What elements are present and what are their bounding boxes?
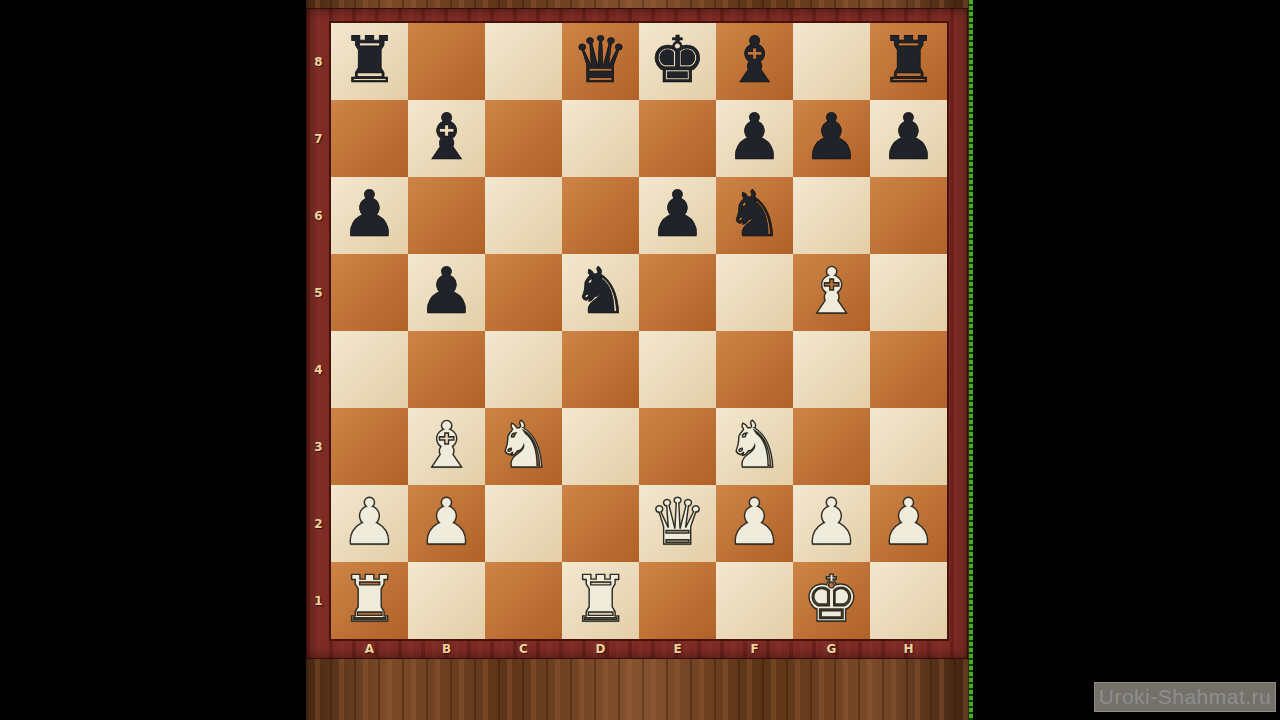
piece-black-king: ♚ xyxy=(649,28,706,92)
square-h6 xyxy=(870,177,947,254)
rank-label-1: 1 xyxy=(306,562,331,639)
piece-black-pawn: ♟ xyxy=(726,105,783,169)
piece-white-rook: ♜ xyxy=(341,567,398,631)
piece-black-queen: ♛ xyxy=(572,28,629,92)
square-b4 xyxy=(408,331,485,408)
square-h2: ♟ xyxy=(870,485,947,562)
square-c6 xyxy=(485,177,562,254)
piece-black-pawn: ♟ xyxy=(803,105,860,169)
piece-black-pawn: ♟ xyxy=(880,105,937,169)
square-c7 xyxy=(485,100,562,177)
piece-black-pawn: ♟ xyxy=(649,182,706,246)
left-letterbox xyxy=(0,0,306,720)
file-label-e: E xyxy=(639,639,716,659)
piece-black-knight: ♞ xyxy=(572,259,629,323)
square-g3 xyxy=(793,408,870,485)
square-c2 xyxy=(485,485,562,562)
piece-black-knight: ♞ xyxy=(726,182,783,246)
square-b6 xyxy=(408,177,485,254)
piece-white-bishop: ♝ xyxy=(418,413,475,477)
square-f6: ♞ xyxy=(716,177,793,254)
square-e3 xyxy=(639,408,716,485)
square-b1 xyxy=(408,562,485,639)
square-h5 xyxy=(870,254,947,331)
piece-white-pawn: ♟ xyxy=(341,490,398,554)
square-e2: ♛ xyxy=(639,485,716,562)
square-d1: ♜ xyxy=(562,562,639,639)
square-f2: ♟ xyxy=(716,485,793,562)
file-label-c: C xyxy=(485,639,562,659)
square-e8: ♚ xyxy=(639,23,716,100)
rank-label-8: 8 xyxy=(306,23,331,100)
square-c8 xyxy=(485,23,562,100)
wood-table: 87654321 ABCDEFGH ♜♛♚♝♜♝♟♟♟♟♟♞♟♞♝♝♞♞♟♟♛♟… xyxy=(306,0,973,720)
rank-label-6: 6 xyxy=(306,177,331,254)
piece-white-knight: ♞ xyxy=(495,413,552,477)
watermark-text: Uroki-Shahmat.ru xyxy=(1099,685,1272,709)
piece-black-pawn: ♟ xyxy=(341,182,398,246)
square-h1 xyxy=(870,562,947,639)
square-f8: ♝ xyxy=(716,23,793,100)
piece-white-knight: ♞ xyxy=(726,413,783,477)
square-a7 xyxy=(331,100,408,177)
piece-white-bishop: ♝ xyxy=(803,259,860,323)
file-label-g: G xyxy=(793,639,870,659)
square-c1 xyxy=(485,562,562,639)
piece-black-bishop: ♝ xyxy=(418,105,475,169)
piece-white-pawn: ♟ xyxy=(880,490,937,554)
square-a3 xyxy=(331,408,408,485)
piece-black-pawn: ♟ xyxy=(418,259,475,323)
square-c5 xyxy=(485,254,562,331)
piece-white-pawn: ♟ xyxy=(418,490,475,554)
square-g1: ♚ xyxy=(793,562,870,639)
board-frame: 87654321 ABCDEFGH ♜♛♚♝♜♝♟♟♟♟♟♞♟♞♝♝♞♞♟♟♛♟… xyxy=(306,8,968,659)
square-d7 xyxy=(562,100,639,177)
square-h3 xyxy=(870,408,947,485)
square-b7: ♝ xyxy=(408,100,485,177)
file-label-d: D xyxy=(562,639,639,659)
square-f7: ♟ xyxy=(716,100,793,177)
square-a2: ♟ xyxy=(331,485,408,562)
rank-labels: 87654321 xyxy=(306,23,331,639)
square-d4 xyxy=(562,331,639,408)
square-e5 xyxy=(639,254,716,331)
square-a5 xyxy=(331,254,408,331)
file-label-f: F xyxy=(716,639,793,659)
square-h8: ♜ xyxy=(870,23,947,100)
square-e6: ♟ xyxy=(639,177,716,254)
square-e4 xyxy=(639,331,716,408)
piece-white-pawn: ♟ xyxy=(803,490,860,554)
right-letterbox xyxy=(973,0,1280,720)
square-f1 xyxy=(716,562,793,639)
file-label-a: A xyxy=(331,639,408,659)
square-g2: ♟ xyxy=(793,485,870,562)
square-f3: ♞ xyxy=(716,408,793,485)
chess-board: ♜♛♚♝♜♝♟♟♟♟♟♞♟♞♝♝♞♞♟♟♛♟♟♟♜♜♚ xyxy=(331,23,947,639)
piece-white-queen: ♛ xyxy=(649,490,706,554)
piece-black-rook: ♜ xyxy=(880,28,937,92)
square-d3 xyxy=(562,408,639,485)
square-f4 xyxy=(716,331,793,408)
square-a8: ♜ xyxy=(331,23,408,100)
piece-white-rook: ♜ xyxy=(572,567,629,631)
piece-white-king: ♚ xyxy=(803,567,860,631)
square-b5: ♟ xyxy=(408,254,485,331)
square-g4 xyxy=(793,331,870,408)
square-f5 xyxy=(716,254,793,331)
square-a6: ♟ xyxy=(331,177,408,254)
square-d8: ♛ xyxy=(562,23,639,100)
piece-black-rook: ♜ xyxy=(341,28,398,92)
rank-label-5: 5 xyxy=(306,254,331,331)
square-d5: ♞ xyxy=(562,254,639,331)
square-g5: ♝ xyxy=(793,254,870,331)
square-b2: ♟ xyxy=(408,485,485,562)
square-h7: ♟ xyxy=(870,100,947,177)
square-c3: ♞ xyxy=(485,408,562,485)
rank-label-4: 4 xyxy=(306,331,331,408)
square-d6 xyxy=(562,177,639,254)
square-a4 xyxy=(331,331,408,408)
rank-label-7: 7 xyxy=(306,100,331,177)
watermark: Uroki-Shahmat.ru xyxy=(1094,682,1276,712)
square-b8 xyxy=(408,23,485,100)
piece-black-bishop: ♝ xyxy=(726,28,783,92)
square-c4 xyxy=(485,331,562,408)
piece-white-pawn: ♟ xyxy=(726,490,783,554)
square-h4 xyxy=(870,331,947,408)
square-a1: ♜ xyxy=(331,562,408,639)
rank-label-2: 2 xyxy=(306,485,331,562)
square-g6 xyxy=(793,177,870,254)
file-labels: ABCDEFGH xyxy=(331,639,947,659)
square-e1 xyxy=(639,562,716,639)
square-d2 xyxy=(562,485,639,562)
file-label-h: H xyxy=(870,639,947,659)
square-g8 xyxy=(793,23,870,100)
rank-label-3: 3 xyxy=(306,408,331,485)
file-label-b: B xyxy=(408,639,485,659)
square-g7: ♟ xyxy=(793,100,870,177)
square-b3: ♝ xyxy=(408,408,485,485)
green-artifact-line xyxy=(969,0,973,720)
square-e7 xyxy=(639,100,716,177)
